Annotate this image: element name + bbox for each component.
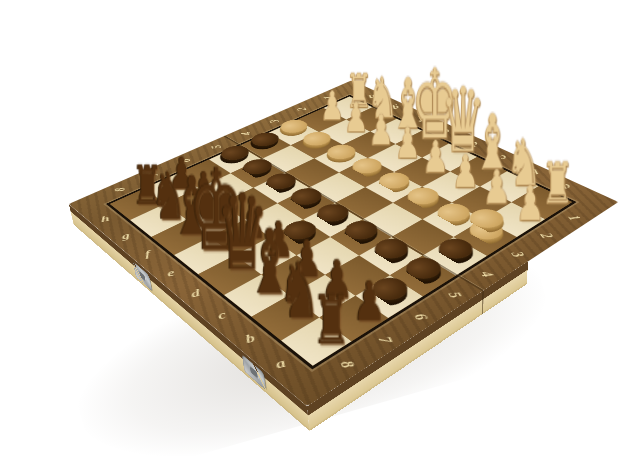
playing-area: ♜♟♟♜♞♟♟♞♝♟♟♝♚♟♟♚♛♟♟♛♝♟♟♝♞♟♟♞♜♟♟♜ [110, 96, 572, 365]
piece-white-pawn[interactable]: ♟ [422, 137, 448, 179]
file-label: g [114, 228, 137, 244]
fold-seam-side [482, 290, 484, 314]
metal-clasp [133, 261, 153, 291]
piece-white-pawn[interactable]: ♟ [344, 99, 368, 137]
file-label: a [265, 352, 295, 374]
rank-label-far: 8 [109, 183, 130, 196]
file-label: c [207, 305, 234, 325]
piece-white-pawn[interactable]: ♟ [451, 151, 478, 194]
rank-label-far: 2 [291, 104, 311, 114]
file-label: b [235, 328, 264, 349]
file-label: d [182, 284, 208, 303]
file-label: e [158, 264, 183, 281]
piece-black-pawn[interactable]: ♟ [352, 277, 385, 329]
piece-white-pawn[interactable]: ♟ [320, 88, 343, 125]
piece-black-rook[interactable]: ♜ [312, 288, 350, 352]
piece-white-pawn[interactable]: ♟ [482, 166, 510, 210]
piece-white-pawn[interactable]: ♟ [515, 182, 544, 227]
product-photo-white-background: ♜♟♟♜♞♟♟♞♝♟♟♝♚♟♟♚♛♟♟♛♝♟♟♝♞♟♟♞♜♟♟♜ hhggffe… [0, 0, 620, 465]
file-label: f [135, 246, 159, 262]
piece-white-pawn[interactable]: ♟ [368, 111, 393, 150]
file-label: h [94, 212, 116, 227]
perspective-scene: ♜♟♟♜♞♟♟♞♝♟♟♝♚♟♟♚♛♟♟♛♝♟♟♝♞♟♟♞♜♟♟♜ hhggffe… [0, 0, 620, 465]
piece-white-pawn[interactable]: ♟ [394, 124, 419, 164]
piece-white-rook[interactable]: ♜ [541, 156, 573, 210]
chessboard: ♜♟♟♜♞♟♟♞♝♟♟♝♚♟♟♚♛♟♟♛♝♟♟♝♞♟♟♞♜♟♟♜ hhggffe… [69, 80, 619, 406]
metal-clasp [242, 354, 266, 390]
